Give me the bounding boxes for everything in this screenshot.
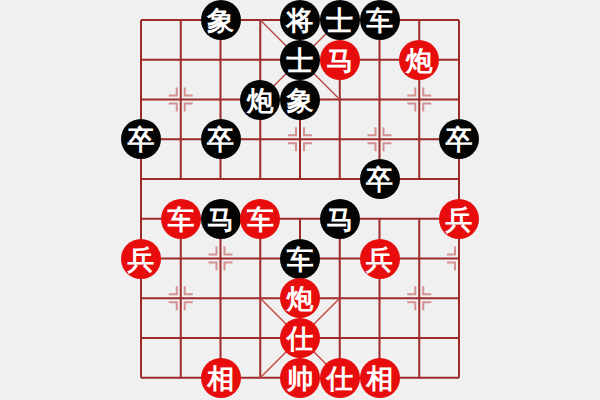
point-marker [169,104,177,112]
point-marker [384,127,392,135]
piece-black-horse[interactable]: 马 [320,199,360,239]
piece-black-elephant[interactable]: 象 [280,80,320,120]
piece-red-chariot[interactable]: 车 [161,199,201,239]
piece-black-horse[interactable]: 马 [201,199,241,239]
point-marker [368,127,376,135]
point-marker [423,104,431,112]
point-marker [169,302,177,310]
piece-red-soldier[interactable]: 兵 [439,199,479,239]
point-marker [447,247,455,255]
point-marker [288,143,296,151]
piece-black-elephant[interactable]: 象 [201,0,241,40]
piece-red-advisor[interactable]: 仕 [320,358,360,398]
point-marker [407,104,415,112]
point-marker [209,263,217,271]
point-marker [304,143,312,151]
point-marker [169,88,177,96]
point-marker [368,143,376,151]
piece-black-soldier[interactable]: 卒 [360,159,400,199]
piece-black-soldier[interactable]: 卒 [439,119,479,159]
point-marker [384,143,392,151]
point-marker [185,286,193,294]
piece-red-soldier[interactable]: 兵 [121,239,161,279]
piece-black-advisor[interactable]: 士 [280,40,320,80]
point-marker [423,286,431,294]
piece-black-general[interactable]: 将 [280,0,320,40]
point-marker [169,286,177,294]
piece-black-chariot[interactable]: 车 [360,0,400,40]
point-marker [225,247,233,255]
piece-red-horse[interactable]: 马 [320,40,360,80]
point-marker [304,127,312,135]
point-marker [447,263,455,271]
piece-black-cannon[interactable]: 炮 [240,80,280,120]
point-marker [185,104,193,112]
piece-red-elephant[interactable]: 相 [360,358,400,398]
xiangqi-board[interactable]: 象将士车士马炮炮象卒卒卒卒车马车马兵兵车兵炮仕相帅仕相 [141,20,459,378]
point-marker [407,88,415,96]
point-marker [209,247,217,255]
piece-black-advisor[interactable]: 士 [320,0,360,40]
piece-red-chariot[interactable]: 车 [240,199,280,239]
point-marker [423,302,431,310]
point-marker [423,88,431,96]
point-marker [225,263,233,271]
point-marker [185,88,193,96]
point-marker [185,302,193,310]
piece-red-advisor[interactable]: 仕 [280,318,320,358]
piece-red-cannon[interactable]: 炮 [399,40,439,80]
piece-black-chariot[interactable]: 车 [280,239,320,279]
piece-red-cannon[interactable]: 炮 [280,278,320,318]
piece-red-general[interactable]: 帅 [280,358,320,398]
point-marker [407,302,415,310]
piece-red-elephant[interactable]: 相 [201,358,241,398]
piece-black-soldier[interactable]: 卒 [121,119,161,159]
point-marker [407,286,415,294]
point-marker [288,127,296,135]
piece-black-soldier[interactable]: 卒 [201,119,241,159]
piece-red-soldier[interactable]: 兵 [360,239,400,279]
